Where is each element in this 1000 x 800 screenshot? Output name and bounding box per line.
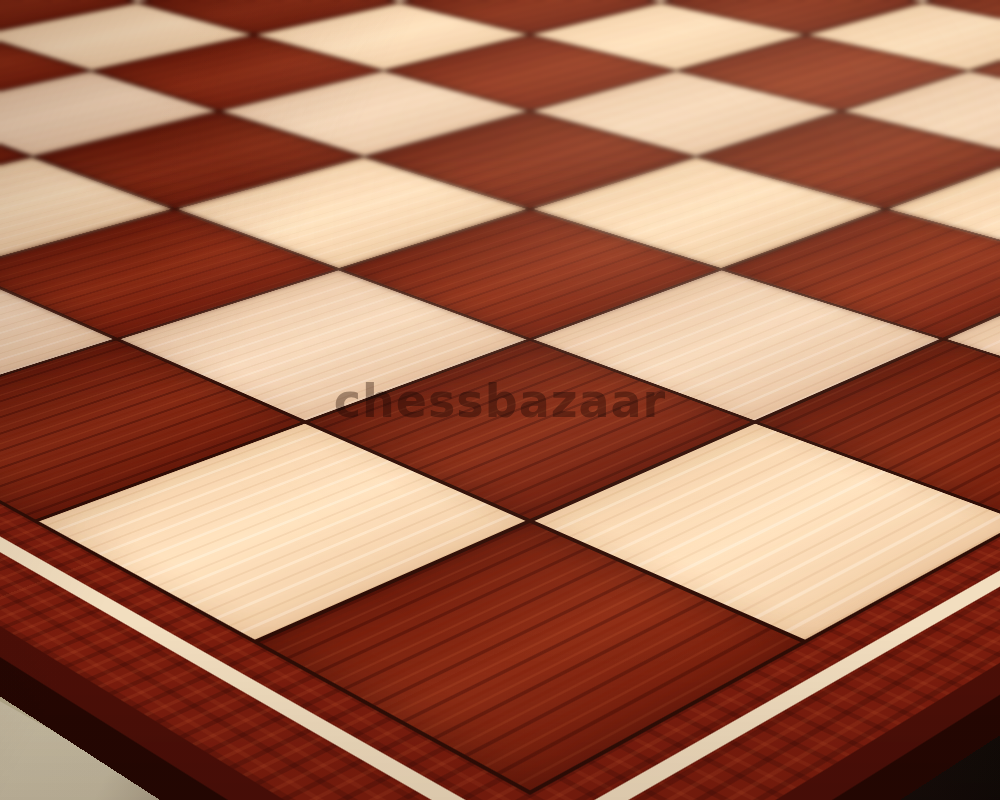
photo-scene: chessbazaar (0, 0, 1000, 800)
board-squares (0, 0, 1000, 795)
chess-board (0, 0, 1000, 800)
